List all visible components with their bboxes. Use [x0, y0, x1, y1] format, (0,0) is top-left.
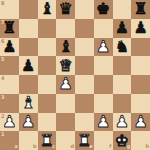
square-h6[interactable]: [131, 38, 150, 57]
file-label-f: f: [109, 144, 111, 149]
white-pawn[interactable]: ♟: [56, 75, 75, 94]
square-h3[interactable]: [131, 94, 150, 113]
square-e1[interactable]: e♜: [75, 131, 94, 150]
square-f5[interactable]: [94, 56, 113, 75]
file-label-b: b: [33, 144, 37, 149]
square-f1[interactable]: f: [94, 131, 113, 150]
square-f4[interactable]: [94, 75, 113, 94]
rank-label-1: 1: [1, 132, 4, 137]
square-h5[interactable]: [131, 56, 150, 75]
square-d6[interactable]: ♝: [56, 38, 75, 57]
black-rook[interactable]: ♜: [131, 0, 150, 19]
white-pawn[interactable]: ♟: [131, 113, 150, 132]
square-a4[interactable]: 4: [0, 75, 19, 94]
square-d8[interactable]: ♛: [56, 0, 75, 19]
square-h2[interactable]: ♟: [131, 113, 150, 132]
black-pawn[interactable]: ♟: [19, 56, 38, 75]
square-b1[interactable]: b: [19, 131, 38, 150]
square-g7[interactable]: ♟: [113, 19, 132, 38]
square-e8[interactable]: [75, 0, 94, 19]
square-a5[interactable]: 5: [0, 56, 19, 75]
black-bishop[interactable]: ♝: [56, 38, 75, 57]
white-pawn[interactable]: ♟: [19, 113, 38, 132]
square-a7[interactable]: 7♜: [0, 19, 19, 38]
rank-label-4: 4: [1, 76, 4, 81]
square-e7[interactable]: [75, 19, 94, 38]
square-c7[interactable]: [38, 19, 57, 38]
square-e5[interactable]: [75, 56, 94, 75]
square-b3[interactable]: ♝: [19, 94, 38, 113]
square-h1[interactable]: h: [131, 131, 150, 150]
square-d7[interactable]: [56, 19, 75, 38]
square-c2[interactable]: [38, 113, 57, 132]
black-pawn[interactable]: ♟: [113, 19, 132, 38]
white-queen[interactable]: ♛: [56, 56, 75, 75]
square-a6[interactable]: 6♟: [0, 38, 19, 57]
square-f8[interactable]: ♚: [94, 0, 113, 19]
square-c3[interactable]: [38, 94, 57, 113]
black-king[interactable]: ♚: [94, 0, 113, 19]
square-a3[interactable]: 3: [0, 94, 19, 113]
black-bishop[interactable]: ♝: [38, 0, 57, 19]
square-e3[interactable]: [75, 94, 94, 113]
square-g3[interactable]: [113, 94, 132, 113]
square-g2[interactable]: ♟: [113, 113, 132, 132]
square-c8[interactable]: ♝: [38, 0, 57, 19]
square-d2[interactable]: [56, 113, 75, 132]
file-label-a: a: [14, 144, 17, 149]
square-b2[interactable]: ♟: [19, 113, 38, 132]
black-pawn[interactable]: ♟: [0, 38, 19, 57]
square-d3[interactable]: [56, 94, 75, 113]
square-f2[interactable]: ♟: [94, 113, 113, 132]
square-g1[interactable]: g♚: [113, 131, 132, 150]
square-e6[interactable]: [75, 38, 94, 57]
black-knight[interactable]: ♞: [113, 38, 132, 57]
square-d5[interactable]: ♛: [56, 56, 75, 75]
white-rook[interactable]: ♜: [75, 131, 94, 150]
rank-label-5: 5: [1, 57, 4, 62]
square-e2[interactable]: [75, 113, 94, 132]
square-h8[interactable]: ♜: [131, 0, 150, 19]
square-a1[interactable]: 1a: [0, 131, 19, 150]
square-a2[interactable]: 2♟: [0, 113, 19, 132]
square-c6[interactable]: [38, 38, 57, 57]
white-bishop[interactable]: ♝: [19, 94, 38, 113]
square-h4[interactable]: [131, 75, 150, 94]
square-h7[interactable]: ♟: [131, 19, 150, 38]
square-g4[interactable]: [113, 75, 132, 94]
rank-label-3: 3: [1, 95, 4, 100]
white-king[interactable]: ♚: [113, 131, 132, 150]
square-c5[interactable]: [38, 56, 57, 75]
white-pawn[interactable]: ♟: [113, 113, 132, 132]
square-f3[interactable]: [94, 94, 113, 113]
square-d4[interactable]: ♟: [56, 75, 75, 94]
square-a8[interactable]: 8: [0, 0, 19, 19]
rank-label-8: 8: [1, 1, 4, 6]
square-f7[interactable]: [94, 19, 113, 38]
white-pawn[interactable]: ♟: [0, 113, 19, 132]
white-rook[interactable]: ♜: [38, 131, 57, 150]
square-g5[interactable]: [113, 56, 132, 75]
square-b7[interactable]: [19, 19, 38, 38]
file-label-d: d: [70, 144, 74, 149]
white-pawn[interactable]: ♟: [94, 38, 113, 57]
square-b4[interactable]: [19, 75, 38, 94]
file-label-h: h: [145, 144, 149, 149]
square-b5[interactable]: ♟: [19, 56, 38, 75]
black-pawn[interactable]: ♟: [131, 19, 150, 38]
black-rook[interactable]: ♜: [0, 19, 19, 38]
square-f6[interactable]: ♟: [94, 38, 113, 57]
square-b8[interactable]: [19, 0, 38, 19]
square-d1[interactable]: d: [56, 131, 75, 150]
square-b6[interactable]: [19, 38, 38, 57]
black-queen[interactable]: ♛: [56, 0, 75, 19]
square-g6[interactable]: ♞: [113, 38, 132, 57]
square-c4[interactable]: [38, 75, 57, 94]
square-e4[interactable]: [75, 75, 94, 94]
white-pawn[interactable]: ♟: [94, 113, 113, 132]
chess-board: 8♝♛♚♜7♜♟♟6♟♝♟♞5♟♛4♟3♝2♟♟♟♟♟1abc♜de♜fg♚h: [0, 0, 150, 150]
square-g8[interactable]: [113, 0, 132, 19]
square-c1[interactable]: c♜: [38, 131, 57, 150]
